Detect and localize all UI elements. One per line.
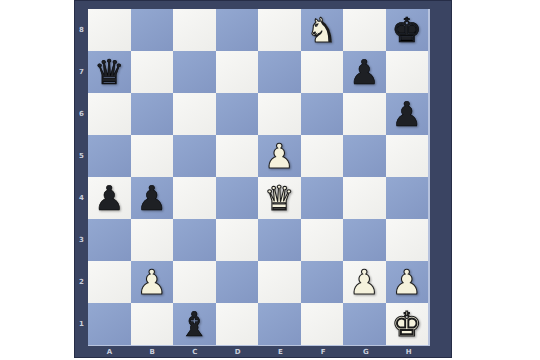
square-h6[interactable]: ♟ — [386, 93, 429, 135]
file-label-a: A — [88, 346, 131, 358]
rank-label-7: 7 — [75, 51, 88, 93]
file-label-g: G — [345, 346, 388, 358]
square-b3[interactable] — [131, 219, 174, 261]
square-h1[interactable]: ♚ — [386, 303, 429, 345]
square-f7[interactable] — [301, 51, 344, 93]
square-h7[interactable] — [386, 51, 429, 93]
square-a8[interactable] — [88, 9, 131, 51]
white-pawn-piece-h2[interactable]: ♟ — [392, 265, 422, 299]
square-b1[interactable] — [131, 303, 174, 345]
square-c1[interactable]: ♝ — [173, 303, 216, 345]
square-h4[interactable] — [386, 177, 429, 219]
black-pawn-piece-a4[interactable]: ♟ — [94, 181, 124, 215]
square-b5[interactable] — [131, 135, 174, 177]
square-c6[interactable] — [173, 93, 216, 135]
square-h8[interactable]: ♚ — [386, 9, 429, 51]
file-label-f: F — [302, 346, 345, 358]
black-pawn-piece-h6[interactable]: ♟ — [392, 97, 422, 131]
square-e4[interactable]: ♛ — [258, 177, 301, 219]
white-pawn-piece-g2[interactable]: ♟ — [349, 265, 379, 299]
file-label-e: E — [259, 346, 302, 358]
square-c2[interactable] — [173, 261, 216, 303]
square-g3[interactable] — [343, 219, 386, 261]
chess-diagram-page: 87654321 ♞♚♛♟♟♟♟♟♛♟♟♟♝♚ ABCDEFGH — [0, 0, 540, 360]
file-label-c: C — [174, 346, 217, 358]
square-d8[interactable] — [216, 9, 259, 51]
chess-board: 87654321 ♞♚♛♟♟♟♟♟♛♟♟♟♝♚ ABCDEFGH — [74, 0, 452, 358]
rank-labels: 87654321 — [75, 9, 88, 345]
square-c8[interactable] — [173, 9, 216, 51]
square-f3[interactable] — [301, 219, 344, 261]
square-d1[interactable] — [216, 303, 259, 345]
file-label-b: B — [131, 346, 174, 358]
square-d7[interactable] — [216, 51, 259, 93]
black-king-piece-h8[interactable]: ♚ — [392, 13, 422, 47]
square-g7[interactable]: ♟ — [343, 51, 386, 93]
square-d2[interactable] — [216, 261, 259, 303]
square-d5[interactable] — [216, 135, 259, 177]
square-c3[interactable] — [173, 219, 216, 261]
square-d6[interactable] — [216, 93, 259, 135]
square-f2[interactable] — [301, 261, 344, 303]
square-a7[interactable]: ♛ — [88, 51, 131, 93]
square-f6[interactable] — [301, 93, 344, 135]
square-e2[interactable] — [258, 261, 301, 303]
square-a6[interactable] — [88, 93, 131, 135]
square-c4[interactable] — [173, 177, 216, 219]
square-h2[interactable]: ♟ — [386, 261, 429, 303]
square-b8[interactable] — [131, 9, 174, 51]
square-g5[interactable] — [343, 135, 386, 177]
black-pawn-piece-b4[interactable]: ♟ — [137, 181, 167, 215]
black-bishop-piece-c1[interactable]: ♝ — [179, 307, 209, 341]
square-f8[interactable]: ♞ — [301, 9, 344, 51]
white-pawn-piece-e5[interactable]: ♟ — [264, 139, 294, 173]
square-g2[interactable]: ♟ — [343, 261, 386, 303]
file-labels: ABCDEFGH — [88, 346, 430, 358]
black-pawn-piece-g7[interactable]: ♟ — [349, 55, 379, 89]
square-a1[interactable] — [88, 303, 131, 345]
square-e3[interactable] — [258, 219, 301, 261]
white-knight-piece-f8[interactable]: ♞ — [307, 13, 337, 47]
rank-label-2: 2 — [75, 261, 88, 303]
square-d3[interactable] — [216, 219, 259, 261]
square-g6[interactable] — [343, 93, 386, 135]
square-a4[interactable]: ♟ — [88, 177, 131, 219]
square-e7[interactable] — [258, 51, 301, 93]
square-g8[interactable] — [343, 9, 386, 51]
white-pawn-piece-b2[interactable]: ♟ — [137, 265, 167, 299]
white-queen-piece-e4[interactable]: ♛ — [264, 181, 294, 215]
square-b2[interactable]: ♟ — [131, 261, 174, 303]
square-a5[interactable] — [88, 135, 131, 177]
rank-label-1: 1 — [75, 303, 88, 345]
square-g1[interactable] — [343, 303, 386, 345]
rank-label-4: 4 — [75, 177, 88, 219]
square-e6[interactable] — [258, 93, 301, 135]
square-h5[interactable] — [386, 135, 429, 177]
file-label-h: H — [387, 346, 430, 358]
square-e8[interactable] — [258, 9, 301, 51]
square-f5[interactable] — [301, 135, 344, 177]
square-b4[interactable]: ♟ — [131, 177, 174, 219]
square-f4[interactable] — [301, 177, 344, 219]
square-a3[interactable] — [88, 219, 131, 261]
square-a2[interactable] — [88, 261, 131, 303]
square-b6[interactable] — [131, 93, 174, 135]
file-label-d: D — [216, 346, 259, 358]
square-c5[interactable] — [173, 135, 216, 177]
square-f1[interactable] — [301, 303, 344, 345]
square-e5[interactable]: ♟ — [258, 135, 301, 177]
white-king-piece-h1[interactable]: ♚ — [392, 307, 422, 341]
square-h3[interactable] — [386, 219, 429, 261]
square-c7[interactable] — [173, 51, 216, 93]
square-g4[interactable] — [343, 177, 386, 219]
black-queen-piece-a7[interactable]: ♛ — [94, 55, 124, 89]
square-d4[interactable] — [216, 177, 259, 219]
board-squares: ♞♚♛♟♟♟♟♟♛♟♟♟♝♚ — [88, 9, 430, 346]
square-b7[interactable] — [131, 51, 174, 93]
square-e1[interactable] — [258, 303, 301, 345]
rank-label-6: 6 — [75, 93, 88, 135]
rank-label-3: 3 — [75, 219, 88, 261]
rank-label-5: 5 — [75, 135, 88, 177]
rank-label-8: 8 — [75, 9, 88, 51]
